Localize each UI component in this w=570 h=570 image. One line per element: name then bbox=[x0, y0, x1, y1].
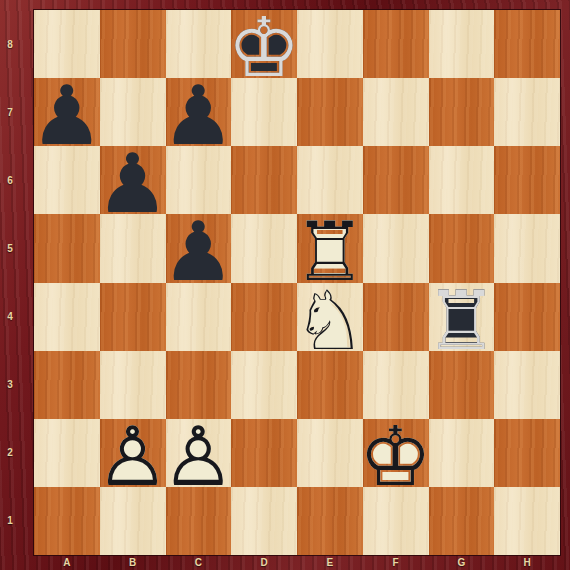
square-a7[interactable]: ♟♙ bbox=[34, 78, 100, 146]
square-c4[interactable] bbox=[166, 283, 232, 351]
pawn-icon: ♟ bbox=[162, 75, 236, 157]
piece-white-rook-e5[interactable]: ♜♖ bbox=[297, 214, 363, 282]
square-b5[interactable] bbox=[100, 214, 166, 282]
knight-outline-icon: ♘ bbox=[293, 280, 367, 362]
square-f5[interactable] bbox=[363, 214, 429, 282]
piece-black-rook-g4[interactable]: ♜♖ bbox=[429, 283, 495, 351]
file-label-a: A bbox=[34, 555, 100, 570]
file-label-b: B bbox=[100, 555, 166, 570]
square-b3[interactable] bbox=[100, 351, 166, 419]
file-label-f: F bbox=[363, 555, 429, 570]
square-a8[interactable] bbox=[34, 10, 100, 78]
king-outline-icon: ♔ bbox=[227, 7, 301, 89]
square-d1[interactable] bbox=[231, 487, 297, 555]
square-h3[interactable] bbox=[494, 351, 560, 419]
piece-black-pawn-a7[interactable]: ♟♙ bbox=[34, 78, 100, 146]
square-d3[interactable] bbox=[231, 351, 297, 419]
square-c8[interactable] bbox=[166, 10, 232, 78]
square-g3[interactable] bbox=[429, 351, 495, 419]
piece-black-king-d8[interactable]: ♚♔ bbox=[231, 10, 297, 78]
square-e2[interactable] bbox=[297, 419, 363, 487]
square-e7[interactable] bbox=[297, 78, 363, 146]
square-a2[interactable] bbox=[34, 419, 100, 487]
square-e3[interactable] bbox=[297, 351, 363, 419]
pawn-icon: ♟ bbox=[30, 75, 104, 157]
pawn-icon: ♟ bbox=[162, 416, 236, 498]
rank-label-6: 6 bbox=[0, 146, 20, 214]
square-f6[interactable] bbox=[363, 146, 429, 214]
square-e1[interactable] bbox=[297, 487, 363, 555]
square-c2[interactable]: ♟♙ bbox=[166, 419, 232, 487]
piece-white-knight-e4[interactable]: ♞♘ bbox=[297, 283, 363, 351]
square-f3[interactable] bbox=[363, 351, 429, 419]
square-g1[interactable] bbox=[429, 487, 495, 555]
square-g2[interactable] bbox=[429, 419, 495, 487]
rank-label-4: 4 bbox=[0, 283, 20, 351]
square-b8[interactable] bbox=[100, 10, 166, 78]
knight-icon: ♞ bbox=[293, 280, 367, 362]
square-c5[interactable]: ♟♙ bbox=[166, 214, 232, 282]
square-g5[interactable] bbox=[429, 214, 495, 282]
square-d7[interactable] bbox=[231, 78, 297, 146]
square-b1[interactable] bbox=[100, 487, 166, 555]
square-a6[interactable] bbox=[34, 146, 100, 214]
square-f7[interactable] bbox=[363, 78, 429, 146]
square-e5[interactable]: ♜♖ bbox=[297, 214, 363, 282]
file-label-c: C bbox=[166, 555, 232, 570]
square-h2[interactable] bbox=[494, 419, 560, 487]
square-g7[interactable] bbox=[429, 78, 495, 146]
file-labels: ABCDEFGH bbox=[34, 555, 560, 570]
rank-label-8: 8 bbox=[0, 10, 20, 78]
rank-label-3: 3 bbox=[0, 351, 20, 419]
pawn-outline-icon: ♙ bbox=[162, 416, 236, 498]
piece-white-pawn-b2[interactable]: ♟♙ bbox=[100, 419, 166, 487]
square-d2[interactable] bbox=[231, 419, 297, 487]
square-c7[interactable]: ♟♙ bbox=[166, 78, 232, 146]
square-c3[interactable] bbox=[166, 351, 232, 419]
square-e4[interactable]: ♞♘ bbox=[297, 283, 363, 351]
piece-black-pawn-c5[interactable]: ♟♙ bbox=[166, 214, 232, 282]
piece-white-king-f2[interactable]: ♚♔ bbox=[363, 419, 429, 487]
rook-icon: ♜ bbox=[425, 280, 499, 362]
rank-label-5: 5 bbox=[0, 214, 20, 282]
piece-black-pawn-c7[interactable]: ♟♙ bbox=[166, 78, 232, 146]
rook-icon: ♜ bbox=[293, 211, 367, 293]
square-g8[interactable] bbox=[429, 10, 495, 78]
square-e8[interactable] bbox=[297, 10, 363, 78]
rank-labels: 87654321 bbox=[0, 10, 20, 555]
square-b2[interactable]: ♟♙ bbox=[100, 419, 166, 487]
king-icon: ♚ bbox=[359, 416, 433, 498]
rank-label-7: 7 bbox=[0, 78, 20, 146]
square-d4[interactable] bbox=[231, 283, 297, 351]
pawn-icon: ♟ bbox=[96, 416, 170, 498]
square-d8[interactable]: ♚♔ bbox=[231, 10, 297, 78]
pawn-icon: ♟ bbox=[162, 211, 236, 293]
king-icon: ♚ bbox=[227, 7, 301, 89]
square-h1[interactable] bbox=[494, 487, 560, 555]
square-e6[interactable] bbox=[297, 146, 363, 214]
chess-board-frame: 87654321 ♚♔♟♙♟♙♟♙♟♙♜♖♞♘♜♖♟♙♟♙♚♔ ABCDEFGH bbox=[0, 0, 570, 570]
square-c6[interactable] bbox=[166, 146, 232, 214]
square-d6[interactable] bbox=[231, 146, 297, 214]
file-label-h: H bbox=[494, 555, 560, 570]
rook-outline-icon: ♖ bbox=[425, 280, 499, 362]
square-b7[interactable] bbox=[100, 78, 166, 146]
piece-black-pawn-b6[interactable]: ♟♙ bbox=[100, 146, 166, 214]
king-outline-icon: ♔ bbox=[359, 416, 433, 498]
pawn-outline-icon: ♙ bbox=[96, 416, 170, 498]
square-f4[interactable] bbox=[363, 283, 429, 351]
square-h6[interactable] bbox=[494, 146, 560, 214]
rook-outline-icon: ♖ bbox=[293, 211, 367, 293]
rank-label-1: 1 bbox=[0, 487, 20, 555]
square-h7[interactable] bbox=[494, 78, 560, 146]
square-f1[interactable] bbox=[363, 487, 429, 555]
square-c1[interactable] bbox=[166, 487, 232, 555]
square-h4[interactable] bbox=[494, 283, 560, 351]
square-b4[interactable] bbox=[100, 283, 166, 351]
file-label-d: D bbox=[231, 555, 297, 570]
piece-white-pawn-c2[interactable]: ♟♙ bbox=[166, 419, 232, 487]
square-f2[interactable]: ♚♔ bbox=[363, 419, 429, 487]
square-g6[interactable] bbox=[429, 146, 495, 214]
square-h8[interactable] bbox=[494, 10, 560, 78]
square-b6[interactable]: ♟♙ bbox=[100, 146, 166, 214]
square-a4[interactable] bbox=[34, 283, 100, 351]
square-d5[interactable] bbox=[231, 214, 297, 282]
pawn-icon: ♟ bbox=[96, 143, 170, 225]
file-label-g: G bbox=[429, 555, 495, 570]
file-label-e: E bbox=[297, 555, 363, 570]
square-a1[interactable] bbox=[34, 487, 100, 555]
square-a3[interactable] bbox=[34, 351, 100, 419]
square-f8[interactable] bbox=[363, 10, 429, 78]
chess-board: ♚♔♟♙♟♙♟♙♟♙♜♖♞♘♜♖♟♙♟♙♚♔ bbox=[34, 10, 560, 555]
square-a5[interactable] bbox=[34, 214, 100, 282]
rank-label-2: 2 bbox=[0, 419, 20, 487]
square-h5[interactable] bbox=[494, 214, 560, 282]
square-g4[interactable]: ♜♖ bbox=[429, 283, 495, 351]
